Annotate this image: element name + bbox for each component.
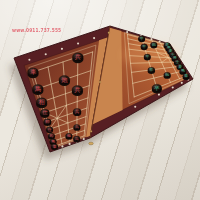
piece-character: 仕 — [48, 127, 52, 132]
piece-red-soldier: 兵 — [73, 124, 80, 131]
board-photo: 卒砲車卒馬象士卒兵將士象卒馬車砲車炮卒馬兵相兵仕帥兵仕相炮兵馬車 www.091… — [0, 0, 200, 200]
piece-green-soldier: 卒 — [144, 54, 151, 61]
piece-green-soldier: 卒 — [138, 36, 145, 43]
piece-red-horse: 馬 — [32, 85, 43, 95]
rail-dot — [45, 53, 47, 55]
watermark-text: www.0911.737.555 — [12, 29, 61, 33]
rail-dot — [159, 40, 161, 42]
piece-character: 兵 — [74, 86, 80, 93]
piece-red-cannon: 炮 — [59, 76, 70, 86]
piece-red-chariot: 車 — [27, 68, 38, 78]
piece-character: 兵 — [75, 136, 79, 141]
piece-red-elephant: 相 — [36, 98, 47, 108]
piece-character: 卒 — [154, 85, 160, 91]
piece-green-cannon: 砲 — [164, 72, 171, 79]
hinge-screw — [99, 81, 101, 83]
piece-green-cannon: 砲 — [150, 42, 157, 49]
rail-dot — [77, 42, 79, 44]
rail-dot — [83, 138, 85, 140]
piece-character: 炮 — [61, 76, 68, 84]
piece-green-soldier: 卒 — [152, 84, 162, 93]
piece-green-chariot: 車 — [183, 73, 190, 80]
piece-red-cannon: 炮 — [65, 133, 72, 140]
piece-character: 炮 — [67, 133, 71, 138]
rail-dot — [181, 82, 183, 84]
piece-character: 車 — [30, 68, 36, 75]
rail-dot — [172, 86, 174, 88]
piece-red-chariot: 車 — [51, 144, 58, 151]
rail-dot — [61, 145, 63, 147]
rail-dot — [69, 143, 71, 145]
rail-dot — [61, 48, 63, 50]
piece-character: 車 — [184, 73, 188, 78]
piece-character: 仕 — [42, 109, 48, 115]
hinge-screw — [90, 130, 92, 132]
piece-character: 卒 — [149, 67, 153, 72]
piece-character: 車 — [53, 144, 57, 149]
rail-dot — [93, 37, 95, 39]
piece-character: 砲 — [164, 72, 169, 77]
rail-dot — [150, 38, 152, 40]
brass-clasp — [89, 142, 94, 145]
rail-dot — [158, 94, 160, 96]
piece-character: 相 — [50, 133, 54, 138]
piece-character: 相 — [39, 98, 45, 106]
piece-red-soldier: 兵 — [72, 53, 83, 63]
piece-character: 馬 — [34, 85, 41, 92]
piece-red-soldier: 兵 — [72, 86, 83, 96]
piece-character: 卒 — [140, 36, 144, 41]
piece-red-soldier: 兵 — [73, 108, 81, 116]
piece-red-general: 帥 — [43, 119, 51, 126]
rail-dot — [126, 31, 128, 33]
piece-character: 砲 — [151, 42, 156, 47]
rail-dot — [28, 59, 30, 61]
piece-character: 卒 — [142, 44, 146, 49]
piece-green-soldier: 卒 — [141, 44, 148, 51]
hinge-screw — [108, 32, 110, 34]
rail-dot — [134, 106, 136, 108]
piece-red-advisor: 仕 — [40, 109, 49, 118]
piece-character: 帥 — [45, 119, 49, 124]
piece-green-soldier: 卒 — [148, 67, 155, 74]
piece-character: 兵 — [75, 53, 81, 60]
piece-character: 卒 — [145, 54, 149, 59]
piece-character: 兵 — [75, 124, 79, 129]
piece-red-soldier: 兵 — [73, 136, 80, 143]
piece-character: 兵 — [75, 109, 80, 114]
